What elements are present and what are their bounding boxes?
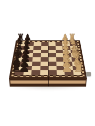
board-square bbox=[56, 70, 65, 75]
chess-board bbox=[9, 40, 87, 78]
board-square bbox=[48, 70, 56, 75]
chess-set: ♜♟♟♜♞♟♟♞♝♟♟♝♛♟♟♛♚♟♟♚♝♟♟♝♞♟♟♞♜♟♟♜ bbox=[0, 0, 95, 126]
product-photo: ♜♟♟♜♞♟♟♞♝♟♟♝♛♟♟♛♚♟♟♚♝♟♟♝♞♟♟♞♜♟♟♜ bbox=[0, 0, 95, 126]
board-shadow bbox=[8, 84, 87, 90]
board-square bbox=[64, 70, 73, 75]
board-frame bbox=[9, 40, 87, 78]
board-square bbox=[14, 70, 23, 75]
metal-clasp-icon bbox=[86, 72, 91, 76]
board-square bbox=[72, 70, 81, 75]
board-square bbox=[22, 70, 31, 75]
board-square bbox=[39, 70, 47, 75]
decorative-border bbox=[11, 41, 85, 77]
board-square bbox=[31, 70, 40, 75]
board-grid bbox=[14, 42, 81, 75]
